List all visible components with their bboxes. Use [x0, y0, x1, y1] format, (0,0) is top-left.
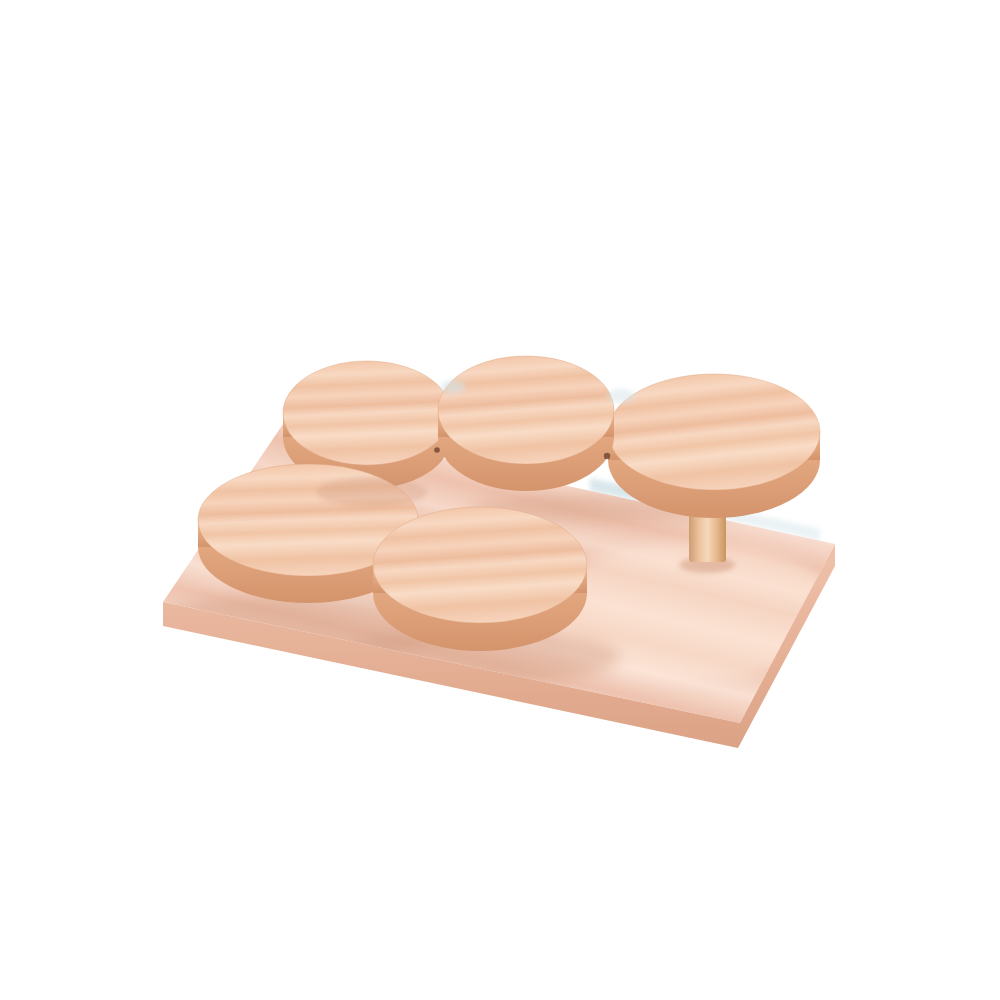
platform-back-right	[608, 374, 820, 518]
notch-between-middle-right	[607, 389, 635, 403]
platform-front-middle-top	[373, 507, 587, 623]
platform-back-middle-top	[438, 356, 614, 464]
platform-back-left-top	[283, 361, 451, 465]
platform-front-middle	[373, 507, 587, 651]
platform-back-right-top	[608, 374, 820, 490]
crevice-dot-right	[604, 453, 610, 459]
overhang-shadow-on-front-left	[317, 477, 427, 507]
product-photo	[0, 0, 1000, 1000]
platform-back-middle	[438, 356, 614, 491]
crevice-dot-left	[434, 447, 440, 453]
wooden-display-stand-illustration	[0, 0, 1000, 1000]
notch-between-left-middle	[441, 380, 465, 394]
